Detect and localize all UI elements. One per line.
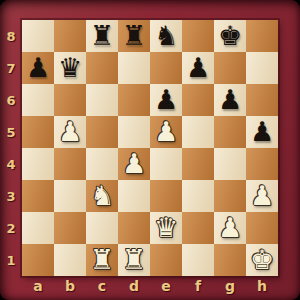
square-a2[interactable] xyxy=(22,212,54,244)
square-h6[interactable] xyxy=(246,84,278,116)
piece-white-pawn[interactable]: ♟ xyxy=(122,150,146,179)
square-g5[interactable] xyxy=(214,116,246,148)
piece-black-queen[interactable]: ♛ xyxy=(58,54,82,83)
piece-white-pawn[interactable]: ♟ xyxy=(58,118,82,147)
square-b5[interactable]: ♟ xyxy=(54,116,86,148)
rank-label-7: 7 xyxy=(0,52,22,84)
square-g7[interactable] xyxy=(214,52,246,84)
square-h7[interactable] xyxy=(246,52,278,84)
piece-white-knight[interactable]: ♞ xyxy=(90,182,114,211)
square-a7[interactable]: ♟ xyxy=(22,52,54,84)
square-a4[interactable] xyxy=(22,148,54,180)
rank-label-3: 3 xyxy=(0,180,22,212)
file-label-a: a xyxy=(22,274,54,298)
rank-label-8: 8 xyxy=(0,20,22,52)
piece-black-pawn[interactable]: ♟ xyxy=(154,86,178,115)
piece-white-pawn[interactable]: ♟ xyxy=(154,118,178,147)
square-c1[interactable]: ♜ xyxy=(86,244,118,276)
square-b8[interactable] xyxy=(54,20,86,52)
square-g3[interactable] xyxy=(214,180,246,212)
piece-white-pawn[interactable]: ♟ xyxy=(218,214,242,243)
square-a6[interactable] xyxy=(22,84,54,116)
piece-white-pawn[interactable]: ♟ xyxy=(250,182,274,211)
file-label-f: f xyxy=(182,274,214,298)
piece-black-rook[interactable]: ♜ xyxy=(122,22,146,51)
square-e1[interactable] xyxy=(150,244,182,276)
square-h4[interactable] xyxy=(246,148,278,180)
piece-black-pawn[interactable]: ♟ xyxy=(26,54,50,83)
file-label-c: c xyxy=(86,274,118,298)
file-label-d: d xyxy=(118,274,150,298)
piece-black-pawn[interactable]: ♟ xyxy=(218,86,242,115)
square-b1[interactable] xyxy=(54,244,86,276)
square-f2[interactable] xyxy=(182,212,214,244)
square-g4[interactable] xyxy=(214,148,246,180)
square-d7[interactable] xyxy=(118,52,150,84)
square-g1[interactable] xyxy=(214,244,246,276)
square-h1[interactable]: ♚ xyxy=(246,244,278,276)
file-label-h: h xyxy=(246,274,278,298)
square-f7[interactable]: ♟ xyxy=(182,52,214,84)
piece-black-pawn[interactable]: ♟ xyxy=(186,54,210,83)
rank-labels: 87654321 xyxy=(0,20,22,276)
rank-label-5: 5 xyxy=(0,116,22,148)
square-f5[interactable] xyxy=(182,116,214,148)
square-f8[interactable] xyxy=(182,20,214,52)
square-g6[interactable]: ♟ xyxy=(214,84,246,116)
square-h2[interactable] xyxy=(246,212,278,244)
square-b2[interactable] xyxy=(54,212,86,244)
square-c5[interactable] xyxy=(86,116,118,148)
square-e4[interactable] xyxy=(150,148,182,180)
file-labels: abcdefgh xyxy=(22,274,278,298)
file-label-g: g xyxy=(214,274,246,298)
square-a3[interactable] xyxy=(22,180,54,212)
square-f6[interactable] xyxy=(182,84,214,116)
rank-label-4: 4 xyxy=(0,148,22,180)
square-h8[interactable] xyxy=(246,20,278,52)
square-g2[interactable]: ♟ xyxy=(214,212,246,244)
file-label-e: e xyxy=(150,274,182,298)
square-f4[interactable] xyxy=(182,148,214,180)
piece-black-rook[interactable]: ♜ xyxy=(90,22,114,51)
square-e7[interactable] xyxy=(150,52,182,84)
square-d3[interactable] xyxy=(118,180,150,212)
chess-board[interactable]: ♜♜♞♚♟♛♟♟♟♟♟♟♟♞♟♛♟♜♜♚ xyxy=(22,20,278,276)
square-b7[interactable]: ♛ xyxy=(54,52,86,84)
square-e5[interactable]: ♟ xyxy=(150,116,182,148)
square-d1[interactable]: ♜ xyxy=(118,244,150,276)
square-a8[interactable] xyxy=(22,20,54,52)
rank-label-6: 6 xyxy=(0,84,22,116)
square-a1[interactable] xyxy=(22,244,54,276)
rank-label-1: 1 xyxy=(0,244,22,276)
square-e2[interactable]: ♛ xyxy=(150,212,182,244)
square-c3[interactable]: ♞ xyxy=(86,180,118,212)
square-h5[interactable]: ♟ xyxy=(246,116,278,148)
square-e6[interactable]: ♟ xyxy=(150,84,182,116)
square-e8[interactable]: ♞ xyxy=(150,20,182,52)
square-b3[interactable] xyxy=(54,180,86,212)
square-d2[interactable] xyxy=(118,212,150,244)
square-c8[interactable]: ♜ xyxy=(86,20,118,52)
rank-label-2: 2 xyxy=(0,212,22,244)
square-d8[interactable]: ♜ xyxy=(118,20,150,52)
square-a5[interactable] xyxy=(22,116,54,148)
piece-black-king[interactable]: ♚ xyxy=(218,22,242,51)
square-d4[interactable]: ♟ xyxy=(118,148,150,180)
piece-white-queen[interactable]: ♛ xyxy=(154,214,178,243)
square-g8[interactable]: ♚ xyxy=(214,20,246,52)
piece-white-rook[interactable]: ♜ xyxy=(122,246,146,275)
piece-black-pawn[interactable]: ♟ xyxy=(250,118,274,147)
piece-black-knight[interactable]: ♞ xyxy=(154,22,178,51)
square-e3[interactable] xyxy=(150,180,182,212)
square-d6[interactable] xyxy=(118,84,150,116)
square-f1[interactable] xyxy=(182,244,214,276)
square-b4[interactable] xyxy=(54,148,86,180)
square-c4[interactable] xyxy=(86,148,118,180)
square-c7[interactable] xyxy=(86,52,118,84)
chess-board-frame: 87654321 ♜♜♞♚♟♛♟♟♟♟♟♟♟♞♟♛♟♜♜♚ abcdefgh xyxy=(0,0,300,300)
square-h3[interactable]: ♟ xyxy=(246,180,278,212)
square-d5[interactable] xyxy=(118,116,150,148)
square-b6[interactable] xyxy=(54,84,86,116)
file-label-b: b xyxy=(54,274,86,298)
piece-white-rook[interactable]: ♜ xyxy=(90,246,114,275)
square-c6[interactable] xyxy=(86,84,118,116)
square-c2[interactable] xyxy=(86,212,118,244)
square-f3[interactable] xyxy=(182,180,214,212)
piece-white-king[interactable]: ♚ xyxy=(250,246,274,275)
